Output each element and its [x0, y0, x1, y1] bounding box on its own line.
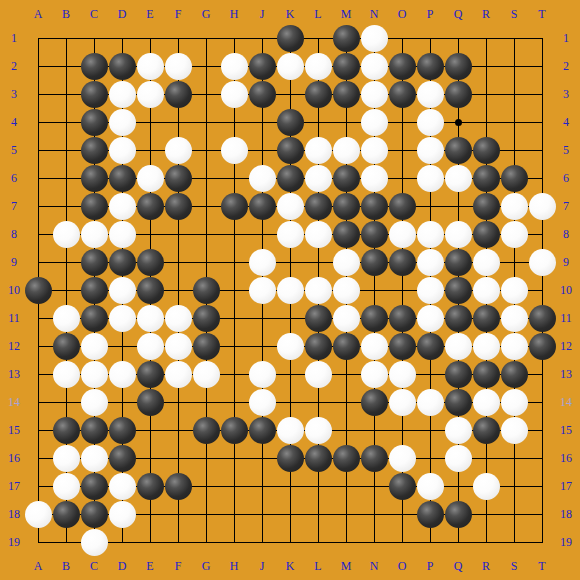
stone-black-K16[interactable]	[277, 445, 304, 472]
stone-black-M2[interactable]	[333, 53, 360, 80]
stone-white-N5[interactable]	[361, 137, 388, 164]
stone-white-L8[interactable]	[305, 221, 332, 248]
stone-black-D6[interactable]	[109, 165, 136, 192]
stone-black-C9[interactable]	[81, 249, 108, 276]
row-label-right-3: 3	[554, 86, 578, 102]
stone-black-Q18[interactable]	[445, 501, 472, 528]
stone-white-P5[interactable]	[417, 137, 444, 164]
stone-white-P10[interactable]	[417, 277, 444, 304]
stone-white-K10[interactable]	[277, 277, 304, 304]
stone-black-E17[interactable]	[137, 473, 164, 500]
stone-white-C8[interactable]	[81, 221, 108, 248]
col-label-top-C: C	[82, 6, 106, 22]
col-label-top-S: S	[502, 6, 526, 22]
row-label-right-5: 5	[554, 142, 578, 158]
row-label-left-18: 18	[2, 506, 26, 522]
stone-white-F5[interactable]	[165, 137, 192, 164]
stone-black-B12[interactable]	[53, 333, 80, 360]
stone-black-Q3[interactable]	[445, 81, 472, 108]
row-label-right-15: 15	[554, 422, 578, 438]
stone-white-A18[interactable]	[25, 501, 52, 528]
col-label-top-T: T	[530, 6, 554, 22]
stone-black-J2[interactable]	[249, 53, 276, 80]
stone-black-K5[interactable]	[277, 137, 304, 164]
stone-black-M3[interactable]	[333, 81, 360, 108]
stone-white-C14[interactable]	[81, 389, 108, 416]
stone-black-K1[interactable]	[277, 25, 304, 52]
row-label-left-10: 10	[2, 282, 26, 298]
col-label-top-H: H	[222, 6, 246, 22]
stone-black-N11[interactable]	[361, 305, 388, 332]
col-label-top-G: G	[194, 6, 218, 22]
col-label-bottom-A: A	[26, 558, 50, 574]
stone-white-P4[interactable]	[417, 109, 444, 136]
stone-black-K4[interactable]	[277, 109, 304, 136]
star-point-Q4	[455, 119, 462, 126]
stone-white-T9[interactable]	[529, 249, 556, 276]
col-label-top-R: R	[474, 6, 498, 22]
row-label-left-17: 17	[2, 478, 26, 494]
col-label-bottom-H: H	[222, 558, 246, 574]
stone-black-N16[interactable]	[361, 445, 388, 472]
stone-black-O7[interactable]	[389, 193, 416, 220]
stone-white-P9[interactable]	[417, 249, 444, 276]
stone-white-G13[interactable]	[193, 361, 220, 388]
stone-white-L10[interactable]	[305, 277, 332, 304]
col-label-bottom-R: R	[474, 558, 498, 574]
stone-black-E9[interactable]	[137, 249, 164, 276]
col-label-top-E: E	[138, 6, 162, 22]
stone-black-J7[interactable]	[249, 193, 276, 220]
stone-black-L12[interactable]	[305, 333, 332, 360]
row-label-right-7: 7	[554, 198, 578, 214]
stone-black-M8[interactable]	[333, 221, 360, 248]
stone-black-C3[interactable]	[81, 81, 108, 108]
stone-white-S11[interactable]	[501, 305, 528, 332]
stone-black-M7[interactable]	[333, 193, 360, 220]
stone-white-J10[interactable]	[249, 277, 276, 304]
row-label-left-16: 16	[2, 450, 26, 466]
stone-white-P8[interactable]	[417, 221, 444, 248]
stone-white-B11[interactable]	[53, 305, 80, 332]
col-label-top-K: K	[278, 6, 302, 22]
stone-white-B17[interactable]	[53, 473, 80, 500]
col-label-bottom-S: S	[502, 558, 526, 574]
stone-black-R8[interactable]	[473, 221, 500, 248]
stone-black-C4[interactable]	[81, 109, 108, 136]
stone-white-S8[interactable]	[501, 221, 528, 248]
col-label-bottom-P: P	[418, 558, 442, 574]
stone-white-S15[interactable]	[501, 417, 528, 444]
stone-black-N7[interactable]	[361, 193, 388, 220]
stone-white-L15[interactable]	[305, 417, 332, 444]
stone-white-P3[interactable]	[417, 81, 444, 108]
stone-white-R12[interactable]	[473, 333, 500, 360]
stone-white-R17[interactable]	[473, 473, 500, 500]
stone-white-N13[interactable]	[361, 361, 388, 388]
row-label-left-3: 3	[2, 86, 26, 102]
stone-white-K12[interactable]	[277, 333, 304, 360]
row-label-left-14: 14	[2, 394, 26, 410]
stone-white-O8[interactable]	[389, 221, 416, 248]
stone-white-C13[interactable]	[81, 361, 108, 388]
stone-white-D5[interactable]	[109, 137, 136, 164]
stone-white-S7[interactable]	[501, 193, 528, 220]
stone-black-C5[interactable]	[81, 137, 108, 164]
stone-black-Q11[interactable]	[445, 305, 472, 332]
row-label-right-11: 11	[554, 310, 578, 326]
stone-white-H3[interactable]	[221, 81, 248, 108]
stone-white-D8[interactable]	[109, 221, 136, 248]
stone-black-O9[interactable]	[389, 249, 416, 276]
col-label-bottom-Q: Q	[446, 558, 470, 574]
stone-white-P14[interactable]	[417, 389, 444, 416]
stone-white-R10[interactable]	[473, 277, 500, 304]
col-label-bottom-E: E	[138, 558, 162, 574]
col-label-top-M: M	[334, 6, 358, 22]
stone-white-O14[interactable]	[389, 389, 416, 416]
stone-white-Q16[interactable]	[445, 445, 472, 472]
stone-black-E14[interactable]	[137, 389, 164, 416]
stone-white-D10[interactable]	[109, 277, 136, 304]
stone-white-M10[interactable]	[333, 277, 360, 304]
col-label-bottom-M: M	[334, 558, 358, 574]
stone-white-N6[interactable]	[361, 165, 388, 192]
col-label-top-D: D	[110, 6, 134, 22]
row-label-right-17: 17	[554, 478, 578, 494]
stone-black-G11[interactable]	[193, 305, 220, 332]
row-label-left-19: 19	[2, 534, 26, 550]
row-label-right-18: 18	[554, 506, 578, 522]
stone-white-C16[interactable]	[81, 445, 108, 472]
stone-black-E10[interactable]	[137, 277, 164, 304]
stone-white-F12[interactable]	[165, 333, 192, 360]
row-label-left-1: 1	[2, 30, 26, 46]
row-label-left-9: 9	[2, 254, 26, 270]
col-label-bottom-O: O	[390, 558, 414, 574]
stone-white-D3[interactable]	[109, 81, 136, 108]
stone-white-L5[interactable]	[305, 137, 332, 164]
stone-black-D9[interactable]	[109, 249, 136, 276]
stone-white-R9[interactable]	[473, 249, 500, 276]
stone-black-C10[interactable]	[81, 277, 108, 304]
stone-black-Q2[interactable]	[445, 53, 472, 80]
row-label-right-8: 8	[554, 226, 578, 242]
stone-black-E7[interactable]	[137, 193, 164, 220]
stone-white-D7[interactable]	[109, 193, 136, 220]
stone-black-D15[interactable]	[109, 417, 136, 444]
stone-white-K2[interactable]	[277, 53, 304, 80]
stone-black-L16[interactable]	[305, 445, 332, 472]
stone-white-N12[interactable]	[361, 333, 388, 360]
col-label-top-N: N	[362, 6, 386, 22]
row-label-left-13: 13	[2, 366, 26, 382]
col-label-top-L: L	[306, 6, 330, 22]
row-label-left-15: 15	[2, 422, 26, 438]
stone-white-P17[interactable]	[417, 473, 444, 500]
stone-white-M5[interactable]	[333, 137, 360, 164]
stone-black-M16[interactable]	[333, 445, 360, 472]
row-label-left-5: 5	[2, 142, 26, 158]
stone-white-E3[interactable]	[137, 81, 164, 108]
stone-black-J3[interactable]	[249, 81, 276, 108]
stone-white-K8[interactable]	[277, 221, 304, 248]
stone-black-L3[interactable]	[305, 81, 332, 108]
stone-black-M12[interactable]	[333, 333, 360, 360]
stone-black-G12[interactable]	[193, 333, 220, 360]
stone-black-Q5[interactable]	[445, 137, 472, 164]
stone-white-E6[interactable]	[137, 165, 164, 192]
stone-black-Q9[interactable]	[445, 249, 472, 276]
stone-black-S6[interactable]	[501, 165, 528, 192]
col-label-bottom-C: C	[82, 558, 106, 574]
col-label-bottom-N: N	[362, 558, 386, 574]
stone-black-G10[interactable]	[193, 277, 220, 304]
row-label-left-4: 4	[2, 114, 26, 130]
stone-white-D11[interactable]	[109, 305, 136, 332]
stone-black-M6[interactable]	[333, 165, 360, 192]
stone-white-D18[interactable]	[109, 501, 136, 528]
row-label-right-10: 10	[554, 282, 578, 298]
stone-white-L6[interactable]	[305, 165, 332, 192]
stone-white-D17[interactable]	[109, 473, 136, 500]
row-label-left-12: 12	[2, 338, 26, 354]
stone-white-J9[interactable]	[249, 249, 276, 276]
stone-white-L13[interactable]	[305, 361, 332, 388]
stone-white-M9[interactable]	[333, 249, 360, 276]
col-label-bottom-F: F	[166, 558, 190, 574]
stone-black-K6[interactable]	[277, 165, 304, 192]
stone-white-E11[interactable]	[137, 305, 164, 332]
col-label-top-B: B	[54, 6, 78, 22]
col-label-bottom-T: T	[530, 558, 554, 574]
stone-black-C18[interactable]	[81, 501, 108, 528]
stone-black-H7[interactable]	[221, 193, 248, 220]
row-label-right-9: 9	[554, 254, 578, 270]
stone-black-L7[interactable]	[305, 193, 332, 220]
stone-black-F17[interactable]	[165, 473, 192, 500]
stone-black-R5[interactable]	[473, 137, 500, 164]
stone-white-B16[interactable]	[53, 445, 80, 472]
col-label-top-P: P	[418, 6, 442, 22]
stone-black-C11[interactable]	[81, 305, 108, 332]
stone-white-B8[interactable]	[53, 221, 80, 248]
stone-black-M1[interactable]	[333, 25, 360, 52]
row-label-right-19: 19	[554, 534, 578, 550]
stone-black-D16[interactable]	[109, 445, 136, 472]
stone-black-C2[interactable]	[81, 53, 108, 80]
stone-white-Q12[interactable]	[445, 333, 472, 360]
stone-black-R15[interactable]	[473, 417, 500, 444]
stone-black-N14[interactable]	[361, 389, 388, 416]
stone-black-B18[interactable]	[53, 501, 80, 528]
stone-white-N1[interactable]	[361, 25, 388, 52]
stone-white-O16[interactable]	[389, 445, 416, 472]
stone-black-R7[interactable]	[473, 193, 500, 220]
stone-white-P6[interactable]	[417, 165, 444, 192]
stone-white-F13[interactable]	[165, 361, 192, 388]
stone-white-F11[interactable]	[165, 305, 192, 332]
col-label-top-J: J	[250, 6, 274, 22]
stone-black-A10[interactable]	[25, 277, 52, 304]
stone-black-H15[interactable]	[221, 417, 248, 444]
stone-white-L2[interactable]	[305, 53, 332, 80]
col-label-bottom-J: J	[250, 558, 274, 574]
stone-black-Q10[interactable]	[445, 277, 472, 304]
stone-white-K15[interactable]	[277, 417, 304, 444]
stone-black-Q14[interactable]	[445, 389, 472, 416]
stone-black-F6[interactable]	[165, 165, 192, 192]
stone-black-C6[interactable]	[81, 165, 108, 192]
stone-white-H5[interactable]	[221, 137, 248, 164]
stone-black-E13[interactable]	[137, 361, 164, 388]
stone-black-J15[interactable]	[249, 417, 276, 444]
col-label-bottom-D: D	[110, 558, 134, 574]
stone-black-D2[interactable]	[109, 53, 136, 80]
stone-black-R13[interactable]	[473, 361, 500, 388]
stone-white-E2[interactable]	[137, 53, 164, 80]
row-label-right-1: 1	[554, 30, 578, 46]
stone-white-R14[interactable]	[473, 389, 500, 416]
stone-white-H2[interactable]	[221, 53, 248, 80]
stone-black-C7[interactable]	[81, 193, 108, 220]
stone-white-S12[interactable]	[501, 333, 528, 360]
stone-black-Q13[interactable]	[445, 361, 472, 388]
stone-white-Q8[interactable]	[445, 221, 472, 248]
col-label-top-A: A	[26, 6, 50, 22]
col-label-bottom-G: G	[194, 558, 218, 574]
stone-black-P12[interactable]	[417, 333, 444, 360]
stone-black-O17[interactable]	[389, 473, 416, 500]
stone-white-E12[interactable]	[137, 333, 164, 360]
stone-black-F3[interactable]	[165, 81, 192, 108]
row-label-left-6: 6	[2, 170, 26, 186]
stone-white-K7[interactable]	[277, 193, 304, 220]
stone-white-N2[interactable]	[361, 53, 388, 80]
col-label-bottom-K: K	[278, 558, 302, 574]
stone-black-S13[interactable]	[501, 361, 528, 388]
stone-black-R11[interactable]	[473, 305, 500, 332]
go-board[interactable]: AA11BB22CC33DD44EE55FF66GG77HH88JJ99KK10…	[0, 0, 580, 580]
stone-white-D13[interactable]	[109, 361, 136, 388]
stone-black-O2[interactable]	[389, 53, 416, 80]
stone-white-B13[interactable]	[53, 361, 80, 388]
col-label-top-O: O	[390, 6, 414, 22]
stone-black-C15[interactable]	[81, 417, 108, 444]
stone-black-B15[interactable]	[53, 417, 80, 444]
row-label-right-4: 4	[554, 114, 578, 130]
stone-white-C19[interactable]	[81, 529, 108, 556]
stone-white-S14[interactable]	[501, 389, 528, 416]
stone-black-N9[interactable]	[361, 249, 388, 276]
stone-white-Q15[interactable]	[445, 417, 472, 444]
row-label-left-7: 7	[2, 198, 26, 214]
stone-white-F2[interactable]	[165, 53, 192, 80]
stone-black-F7[interactable]	[165, 193, 192, 220]
col-label-bottom-L: L	[306, 558, 330, 574]
row-label-right-2: 2	[554, 58, 578, 74]
stone-white-J14[interactable]	[249, 389, 276, 416]
stone-black-N8[interactable]	[361, 221, 388, 248]
stone-black-G15[interactable]	[193, 417, 220, 444]
stone-white-J6[interactable]	[249, 165, 276, 192]
stone-white-N3[interactable]	[361, 81, 388, 108]
stone-white-M11[interactable]	[333, 305, 360, 332]
stone-black-P18[interactable]	[417, 501, 444, 528]
stone-white-J13[interactable]	[249, 361, 276, 388]
stone-white-S10[interactable]	[501, 277, 528, 304]
row-label-right-13: 13	[554, 366, 578, 382]
stone-black-O3[interactable]	[389, 81, 416, 108]
row-label-right-14: 14	[554, 394, 578, 410]
stone-white-O13[interactable]	[389, 361, 416, 388]
row-label-left-11: 11	[2, 310, 26, 326]
row-label-right-6: 6	[554, 170, 578, 186]
col-label-top-F: F	[166, 6, 190, 22]
stone-white-C12[interactable]	[81, 333, 108, 360]
grid-line-v-T	[542, 38, 543, 543]
stone-black-P2[interactable]	[417, 53, 444, 80]
stone-white-Q6[interactable]	[445, 165, 472, 192]
stone-white-P11[interactable]	[417, 305, 444, 332]
stone-black-O12[interactable]	[389, 333, 416, 360]
stone-black-R6[interactable]	[473, 165, 500, 192]
stone-black-T12[interactable]	[529, 333, 556, 360]
stone-black-T11[interactable]	[529, 305, 556, 332]
row-label-left-2: 2	[2, 58, 26, 74]
row-label-right-16: 16	[554, 450, 578, 466]
col-label-bottom-B: B	[54, 558, 78, 574]
grid-line-h-19	[38, 542, 543, 543]
row-label-left-8: 8	[2, 226, 26, 242]
stone-white-D4[interactable]	[109, 109, 136, 136]
stone-white-N4[interactable]	[361, 109, 388, 136]
stone-black-C17[interactable]	[81, 473, 108, 500]
stone-black-O11[interactable]	[389, 305, 416, 332]
stone-black-L11[interactable]	[305, 305, 332, 332]
stone-white-T7[interactable]	[529, 193, 556, 220]
row-label-right-12: 12	[554, 338, 578, 354]
col-label-top-Q: Q	[446, 6, 470, 22]
